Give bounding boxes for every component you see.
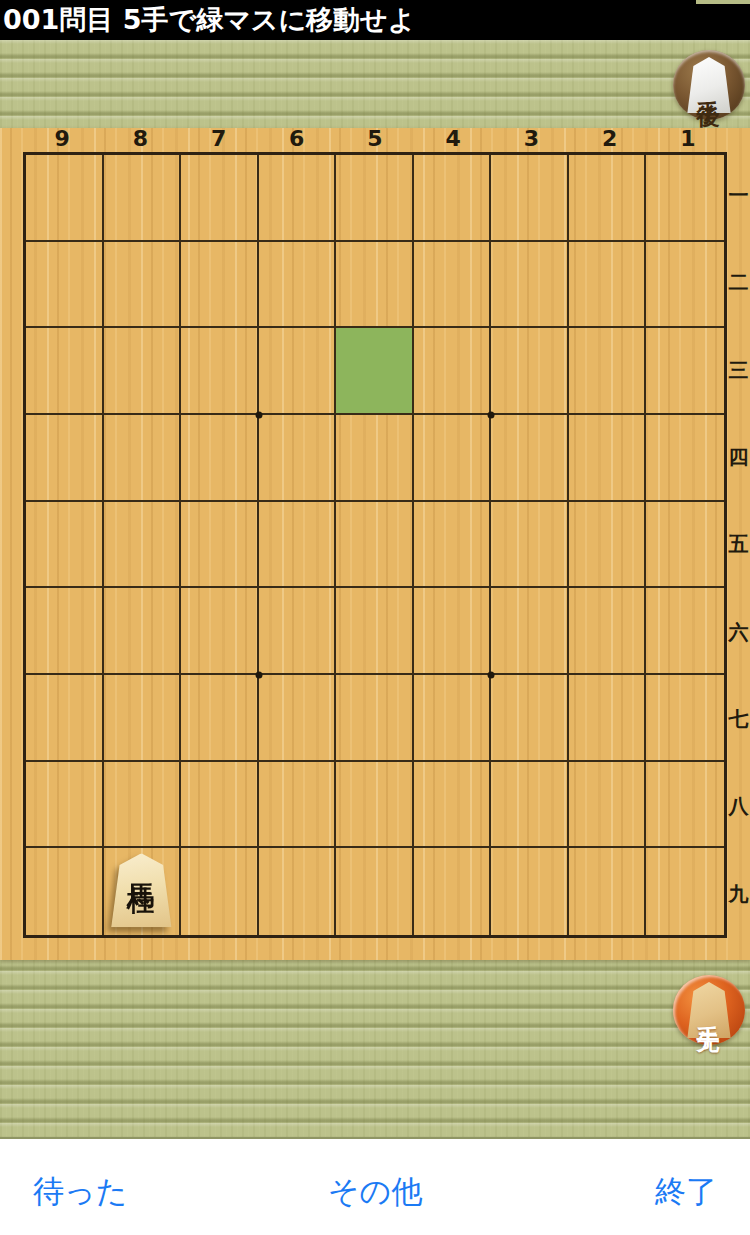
board-cell[interactable] <box>646 155 724 242</box>
board-cell[interactable] <box>259 675 337 762</box>
board-cell[interactable] <box>491 242 569 329</box>
board-cell[interactable] <box>26 415 104 502</box>
board-cell[interactable] <box>26 155 104 242</box>
board-cell[interactable] <box>491 502 569 589</box>
rank-label: 八 <box>727 763 750 850</box>
board-cell[interactable] <box>259 415 337 502</box>
rank-labels: 一 二 三 四 五 六 七 八 九 <box>727 152 750 938</box>
board-cell[interactable] <box>104 328 182 415</box>
board-cell[interactable] <box>646 328 724 415</box>
undo-button[interactable]: 待った <box>33 1171 127 1213</box>
board-cell[interactable] <box>646 675 724 762</box>
board-grid[interactable]: 桂馬 <box>23 152 727 938</box>
board-cell[interactable] <box>414 328 492 415</box>
board-cell[interactable] <box>414 848 492 935</box>
board-cell[interactable] <box>569 328 647 415</box>
file-label: 3 <box>492 126 570 151</box>
board-cell[interactable] <box>491 415 569 502</box>
board-cell[interactable] <box>259 242 337 329</box>
file-label: 6 <box>258 126 336 151</box>
board-cell[interactable] <box>259 588 337 675</box>
board-cell[interactable] <box>26 242 104 329</box>
board-cell[interactable]: 桂馬 <box>104 848 182 935</box>
board-cell[interactable] <box>336 155 414 242</box>
rank-label: 七 <box>727 676 750 763</box>
board-cell[interactable] <box>336 415 414 502</box>
board-cell[interactable] <box>336 675 414 762</box>
board-cell[interactable] <box>646 588 724 675</box>
other-button[interactable]: その他 <box>328 1171 422 1213</box>
piece-body <box>109 853 173 927</box>
board-cell[interactable] <box>181 155 259 242</box>
board-cell[interactable] <box>491 588 569 675</box>
board-cell[interactable] <box>26 588 104 675</box>
board-cell[interactable] <box>414 762 492 849</box>
board-cell[interactable] <box>104 155 182 242</box>
gote-piece-shape-icon <box>686 57 732 113</box>
board-cell[interactable] <box>414 242 492 329</box>
board-cell[interactable] <box>181 762 259 849</box>
target-square[interactable] <box>336 328 414 415</box>
file-label: 8 <box>101 126 179 151</box>
shogi-piece-keima[interactable]: 桂馬 <box>109 853 173 927</box>
board-cell[interactable] <box>181 588 259 675</box>
board-cell[interactable] <box>259 155 337 242</box>
board-cell[interactable] <box>104 762 182 849</box>
file-label: 5 <box>336 126 414 151</box>
star-point-dot <box>255 672 262 679</box>
file-label: 7 <box>179 126 257 151</box>
board-cell[interactable] <box>569 502 647 589</box>
board-cell[interactable] <box>259 762 337 849</box>
board-cell[interactable] <box>181 242 259 329</box>
board-cell[interactable] <box>646 415 724 502</box>
board-cell[interactable] <box>26 328 104 415</box>
board-cell[interactable] <box>414 415 492 502</box>
board-cell[interactable] <box>414 588 492 675</box>
gote-badge: 後手 <box>673 50 745 120</box>
star-point-dot <box>255 411 262 418</box>
board-cell[interactable] <box>414 155 492 242</box>
file-label: 1 <box>649 126 727 151</box>
board-cell[interactable] <box>26 762 104 849</box>
board-cell[interactable] <box>569 675 647 762</box>
star-point-dot <box>488 672 495 679</box>
board-cell[interactable] <box>336 588 414 675</box>
board-cell[interactable] <box>414 502 492 589</box>
board-cell[interactable] <box>181 848 259 935</box>
board-cell[interactable] <box>104 242 182 329</box>
board-cell[interactable] <box>491 848 569 935</box>
board-cell[interactable] <box>336 762 414 849</box>
board-cell[interactable] <box>104 675 182 762</box>
board-cell[interactable] <box>181 328 259 415</box>
board-cell[interactable] <box>259 848 337 935</box>
board-cell[interactable] <box>569 848 647 935</box>
rank-label: 六 <box>727 589 750 676</box>
board-cell[interactable] <box>491 762 569 849</box>
file-label: 4 <box>414 126 492 151</box>
board-cell[interactable] <box>491 155 569 242</box>
file-labels: 9 8 7 6 5 4 3 2 1 <box>23 126 727 151</box>
rank-label: 五 <box>727 501 750 588</box>
board-cell[interactable] <box>491 675 569 762</box>
board-cell[interactable] <box>26 848 104 935</box>
board-cell[interactable] <box>104 502 182 589</box>
board-cell[interactable] <box>646 242 724 329</box>
rank-label: 二 <box>727 239 750 326</box>
board-cell[interactable] <box>569 762 647 849</box>
board-cell[interactable] <box>336 242 414 329</box>
rank-label: 九 <box>727 851 750 938</box>
board-cell[interactable] <box>646 502 724 589</box>
rank-label: 三 <box>727 327 750 414</box>
board-cell[interactable] <box>646 762 724 849</box>
quit-button[interactable]: 終了 <box>655 1171 717 1213</box>
board-cell[interactable] <box>181 415 259 502</box>
board-cell[interactable] <box>336 502 414 589</box>
file-label: 2 <box>571 126 649 151</box>
sente-badge: 先手 <box>673 975 745 1045</box>
sente-piece-shape-icon <box>686 982 732 1038</box>
rank-label: 一 <box>727 152 750 239</box>
board-cell[interactable] <box>181 675 259 762</box>
board-cell[interactable] <box>259 328 337 415</box>
page-title: 001問目 5手で緑マスに移動せよ <box>0 2 415 38</box>
board-cell[interactable] <box>646 848 724 935</box>
board-cell[interactable] <box>569 155 647 242</box>
board-cell[interactable] <box>104 415 182 502</box>
shogi-puzzle-app: 001問目 5手で緑マスに移動せよ 9 8 7 6 5 4 3 2 1 一 二 … <box>0 0 750 1235</box>
board-cell[interactable] <box>491 328 569 415</box>
board-cell[interactable] <box>569 242 647 329</box>
board-cell[interactable] <box>26 502 104 589</box>
board-cell[interactable] <box>569 415 647 502</box>
title-bar: 001問目 5手で緑マスに移動せよ <box>0 0 750 40</box>
titlebar-notch <box>696 0 750 4</box>
board-cell[interactable] <box>104 588 182 675</box>
board-cell[interactable] <box>569 588 647 675</box>
board-cell[interactable] <box>26 675 104 762</box>
file-label: 9 <box>23 126 101 151</box>
rank-label: 四 <box>727 414 750 501</box>
bottom-toolbar: 待った その他 終了 <box>0 1139 750 1235</box>
board-cell[interactable] <box>181 502 259 589</box>
star-point-dot <box>488 411 495 418</box>
board-cell[interactable] <box>414 675 492 762</box>
board-cell[interactable] <box>336 848 414 935</box>
board-cell[interactable] <box>259 502 337 589</box>
